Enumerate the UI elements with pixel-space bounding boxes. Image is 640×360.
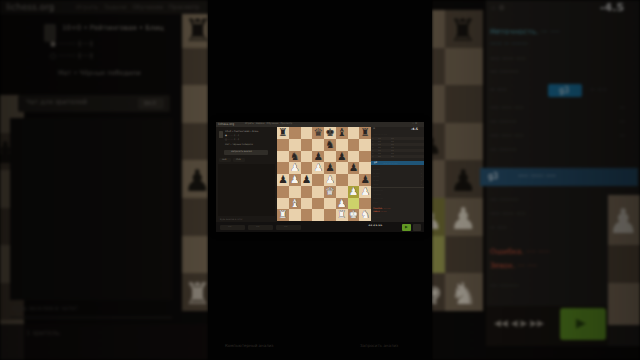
bg-player-black: ○ ········ (····) (50, 52, 93, 60)
bg-square-h5 (445, 123, 483, 161)
white-rook-a1: ♜ (277, 209, 289, 221)
variation-text: ··· ····· (373, 179, 379, 181)
request-analysis-label: Запросить анализ (231, 151, 252, 154)
square-e7[interactable]: ♞ (324, 139, 336, 151)
tab-pgn[interactable]: PGN (233, 158, 245, 162)
bg-chat-title: Чат для зрителей (26, 99, 87, 106)
bg-square-a4: ♟ (182, 160, 208, 198)
square-d8[interactable]: ♛ (312, 127, 324, 139)
eval-value: -4.5 (411, 128, 418, 132)
bg-selected-row (480, 168, 638, 186)
bg-selected-move-label: g3 (559, 86, 569, 95)
bg-square-g2 (432, 236, 445, 274)
variation-text: ··· ······ (373, 172, 380, 174)
bg-chat-toggle-label: ВКЛ (144, 100, 156, 106)
background-left-blur: ♟ ♜ ♟ ♜ lichess.org Играть Задачи Обучен… (0, 0, 208, 360)
square-c4[interactable]: ♟ (301, 174, 313, 186)
bg-square-a5 (182, 123, 208, 161)
green-button[interactable]: ▶ (402, 224, 411, 231)
square-g3[interactable]: ♟ (348, 186, 360, 198)
chat-panel[interactable] (218, 164, 275, 216)
white-rook-f1: ♜ (336, 209, 348, 221)
bg-green-button-icon: ▶ (576, 316, 586, 331)
playback-controls[interactable]: ◀◀ ◀ ▶ ▶▶ (368, 225, 382, 228)
square-e8[interactable]: ♚ (324, 127, 336, 139)
move-list[interactable]: ········································… (371, 137, 424, 159)
tab-fen[interactable]: FEN (219, 158, 231, 162)
panel-row: ··· ········ (373, 216, 381, 218)
bg-square-a2 (182, 236, 208, 274)
bg-game-meta: 10+0 • Рейтинговая • Блиц (62, 24, 164, 32)
bg-line-row: ···· ····· ···· (490, 132, 523, 140)
square-e2[interactable] (324, 198, 336, 210)
bg-square (608, 245, 640, 283)
square-h4[interactable]: ♟ (359, 174, 371, 186)
black-queen-d8: ♛ (312, 127, 324, 139)
bg-white-rook-icon: ♜ (184, 276, 208, 311)
bg-move-text: ··· ········ (490, 282, 519, 291)
bg-white-pawn-icon: ♟ (608, 201, 638, 241)
square-f4[interactable] (336, 174, 348, 186)
bg-move-text: ···· ····· ···· (490, 210, 526, 219)
bg-line-val: ·· (620, 132, 624, 140)
square-h8[interactable]: ♜ (359, 127, 371, 139)
chat-note: Будь вежлив в чате! (220, 218, 243, 220)
black-king-e8: ♚ (324, 127, 336, 139)
square-f7[interactable] (336, 139, 348, 151)
white-pawn-d5: ♟ (312, 162, 324, 174)
black-pawn-h4: ♟ (359, 174, 371, 186)
bg-black-pawn-icon: ♟ (432, 126, 443, 161)
bg-square-a6 (182, 85, 208, 123)
square-a8[interactable]: ♜ (277, 127, 289, 139)
move-cell: ···· (378, 155, 391, 158)
variation-value: ·· (421, 183, 422, 185)
square-e3[interactable]: ♛ (324, 186, 336, 198)
variation-value: ·· (421, 172, 422, 174)
variation-text: ···· ··· (373, 183, 378, 185)
square-d3[interactable] (312, 186, 324, 198)
lichess-wordmark[interactable]: lichess.org (218, 123, 234, 126)
square-b8[interactable] (289, 127, 301, 139)
white-bishop-b2: ♝ (289, 198, 301, 210)
bg-square-a8: ♜ (182, 10, 208, 48)
bg-lichess-wordmark: lichess.org (6, 2, 54, 12)
bg-line-row: ··· ········ (490, 146, 517, 154)
bg-move-text: ··· ········ (490, 196, 519, 205)
bottom-tab-1-label: ····· (228, 226, 231, 229)
bg-panel-icons: ☆ ⚙ (490, 4, 505, 12)
square-c3[interactable] (301, 186, 313, 198)
bottom-tab-2[interactable]: ····· (248, 225, 273, 231)
white-pawn-g3: ♟ (348, 186, 360, 198)
bg-annotation-teal-1: Неточность. ··· ···· (490, 28, 560, 37)
engine-line: ······· ···· ··· ····· (373, 133, 387, 135)
move-row[interactable]: ·········· (371, 155, 424, 158)
variation-value: ·· (421, 168, 422, 170)
square-b1[interactable] (289, 209, 301, 221)
bg-line-val: ·· (620, 118, 624, 126)
caption-right: Запросить анализ (360, 344, 398, 349)
square-h3[interactable]: ♟ (359, 186, 371, 198)
square-e1[interactable] (324, 209, 336, 221)
square-c2[interactable] (301, 198, 313, 210)
bg-square: ♟ (608, 195, 640, 245)
selected-move-label: g3 (374, 162, 377, 165)
black-pawn-c4: ♟ (301, 174, 313, 186)
square-b4[interactable]: ♟ (289, 174, 301, 186)
bg-player-white: ● ········ (····) (50, 40, 93, 48)
bg-selected-row-move: g3 (488, 172, 498, 181)
variation-text: ···· ···· (373, 175, 379, 177)
square-f5[interactable] (336, 162, 348, 174)
topbar-icons[interactable]: ☆ ⚙ (412, 123, 417, 126)
variation-text: ···· ····· (373, 168, 380, 170)
variation-row[interactable]: ···· ····· (371, 182, 424, 186)
square-f8[interactable]: ♝ (336, 127, 348, 139)
bg-line-val: ·· (620, 104, 624, 112)
black-pawn-g5: ♟ (348, 162, 360, 174)
white-king-g1: ♚ (348, 209, 360, 221)
variation-value: ·· (421, 179, 422, 181)
bg-eval-value: -4.5 (600, 2, 624, 15)
black-pawn-a4: ♟ (277, 174, 289, 186)
bg-annotation-teal-2: ····· ·· ······· (490, 40, 528, 49)
bg-square-g1: ♚ (432, 273, 445, 311)
bottom-tab-2-label: ····· (256, 226, 259, 229)
green-button-icon: ▶ (405, 225, 408, 229)
square-g8[interactable] (348, 127, 360, 139)
square-d1[interactable] (312, 209, 324, 221)
bg-square (608, 283, 640, 325)
square-b3[interactable] (289, 186, 301, 198)
bg-chat-note: Будь вежлив в чате! (12, 305, 77, 312)
square-c6[interactable] (301, 151, 313, 163)
square-f6[interactable]: ♟ (336, 151, 348, 163)
square-d4[interactable] (312, 174, 324, 186)
bg-white-pawn-icon: ♟ (432, 201, 443, 236)
black-knight-e7: ♞ (324, 139, 336, 151)
square-c1[interactable] (301, 209, 313, 221)
panel-row: ··· ········ (373, 193, 381, 195)
bg-black-rook-icon: ♜ (184, 12, 208, 48)
white-queen-e3: ♛ (324, 186, 336, 198)
panel-row: ···· ····· ···· (373, 189, 383, 191)
bg-chat-input (10, 317, 172, 318)
bg-move-text: ···· ····· ···· (490, 55, 526, 64)
bg-line-row: ···· ····· ···· (490, 104, 523, 112)
warning-row-2: Зевок. ··· ···· (373, 211, 387, 214)
square-g1[interactable]: ♚ (348, 209, 360, 221)
square-h7[interactable] (359, 139, 371, 151)
bg-square-h7 (445, 48, 483, 86)
black-pawn-f6: ♟ (336, 151, 348, 163)
move-cell: ···· (391, 155, 404, 158)
bg-black-rook-icon: ♜ (449, 12, 477, 48)
video-center-column: lichess.org Играть Задачи Обучение Просм… (208, 0, 432, 360)
white-pawn-h3: ♟ (359, 186, 371, 198)
square-a1[interactable]: ♜ (277, 209, 289, 221)
bg-result: Мат • Чёрные победили (58, 70, 141, 77)
bg-chat-body (10, 118, 172, 300)
bg-square-a7 (182, 48, 208, 86)
bottom-tab-1[interactable]: ····· (220, 225, 245, 231)
bg-white-king-icon: ♚ (432, 276, 443, 311)
tab-fen-label: FEN (222, 159, 226, 162)
bg-square-h3: ♟ (445, 198, 483, 236)
chess-board[interactable]: ♜♛♚♝♜♞♞♟♟♟♟♟♟♟♟♟♟♟♛♟♟♝♟♜♜♚♞ (277, 127, 371, 221)
bg-square-h2 (445, 236, 483, 274)
bg-move-text: ··· ········ (490, 68, 519, 77)
variation-value: ·· (421, 175, 422, 177)
selected-move-extra: ······· ···· ··· ····· (383, 162, 398, 164)
bg-square-g5: ♟ (432, 123, 445, 161)
bg-square-g3: ♟ (432, 198, 445, 236)
bg-square-g8 (432, 10, 445, 48)
video-frame: ♟ ♜ ♟ ♜ lichess.org Играть Задачи Обучен… (0, 0, 640, 360)
white-knight-h1: ♞ (359, 209, 371, 221)
bg-square-g7 (432, 48, 445, 86)
square-g5[interactable]: ♟ (348, 162, 360, 174)
bg-warning-1: Ошибка. ···· ····· (490, 248, 550, 257)
bg-move-text: ·· ···· (490, 224, 507, 233)
game-result: Мат • Чёрные победили (225, 144, 253, 147)
square-f3[interactable] (336, 186, 348, 198)
bg-selected-row-text: ···· ····· ···· (518, 172, 556, 181)
screenshot-bottom-bar: ····· ····· ····· ◀◀ ◀ ▶ ▶▶ ▶ (216, 222, 424, 232)
bg-warning-2: Зевок. ··· ···· (490, 262, 537, 271)
black-rook-h8: ♜ (359, 127, 371, 139)
black-bishop-f8: ♝ (336, 127, 348, 139)
bg-square-g6 (432, 85, 445, 123)
square-g4[interactable] (348, 174, 360, 186)
panel-divider (371, 187, 424, 188)
bg-square-a3 (182, 198, 208, 236)
background-right-blur: ♟ ♟ ♚ ♜ ♟ ♟ ♞ ☆ ⚙ -4.5 Неточность. ··· ·… (432, 0, 640, 360)
bottom-tab-3[interactable]: ····· (276, 225, 301, 231)
toolbar-box[interactable] (413, 224, 421, 231)
request-analysis-button[interactable]: Запросить анализ (224, 150, 268, 155)
tab-pgn-label: PGN (236, 159, 241, 162)
game-type-icon (219, 131, 223, 138)
bg-black-pawn-icon: ♟ (184, 163, 208, 198)
black-rook-a8: ♜ (277, 127, 289, 139)
square-a3[interactable] (277, 186, 289, 198)
bg-white-knight-icon: ♞ (450, 276, 477, 311)
square-a4[interactable]: ♟ (277, 174, 289, 186)
square-h6[interactable] (359, 151, 371, 163)
bg-square-h4: ♟ (445, 160, 483, 198)
square-d7[interactable] (312, 139, 324, 151)
caption-left: Компьютерный анализ (225, 344, 273, 349)
bg-black-pawn-icon: ♟ (450, 163, 477, 198)
square-d5[interactable]: ♟ (312, 162, 324, 174)
square-c7[interactable] (301, 139, 313, 151)
bg-square-h1: ♞ (445, 273, 483, 311)
white-pawn-e4: ♟ (324, 174, 336, 186)
square-a6[interactable] (277, 151, 289, 163)
analysis-panel: ≡ -4.5 ······· ···· ··· ····· ··········… (371, 127, 424, 222)
move-cell: ·· (371, 155, 378, 158)
bg-nav: Играть Задачи Обучение Просмотр (76, 4, 200, 11)
square-e4[interactable]: ♟ (324, 174, 336, 186)
bg-move-text: ·· ···· (490, 86, 507, 95)
player-black[interactable]: ○ ········ (····) (225, 139, 239, 142)
bg-toolbar-icons: ◀◀ ◀ ▶ ▶▶ (494, 318, 544, 328)
bg-square-a1: ♜ (182, 273, 208, 311)
square-h1[interactable]: ♞ (359, 209, 371, 221)
panel-row: ·· ···· (373, 201, 378, 203)
panel-row: ···· ····· ···· (373, 197, 383, 199)
bg-move-text: ·· ···· (590, 86, 607, 95)
lichess-screenshot: lichess.org Играть Задачи Обучение Просм… (216, 122, 424, 232)
bottom-tab-3-label: ····· (284, 226, 287, 229)
bg-square-g4 (432, 160, 445, 198)
square-b7[interactable] (289, 139, 301, 151)
bg-line-row: ··· ········ (490, 118, 517, 126)
variation-list[interactable]: ···· ·········· ············ ········· ·… (371, 168, 424, 186)
white-pawn-b4: ♟ (289, 174, 301, 186)
bg-green-button: ▶ (560, 308, 606, 340)
bg-spectators: 1 зритель (26, 330, 60, 337)
square-g7[interactable] (348, 139, 360, 151)
square-f1[interactable]: ♜ (336, 209, 348, 221)
bg-white-pawn-icon: ♟ (450, 201, 477, 236)
square-a7[interactable] (277, 139, 289, 151)
game-info-panel: 10+0 • Рейтинговая • Блиц ● ········ (··… (216, 127, 277, 222)
selected-move-row[interactable]: g3 ······· ···· ··· ····· (371, 161, 424, 166)
square-d2[interactable] (312, 198, 324, 210)
bg-square-h8: ♜ (445, 10, 483, 48)
panel-menu-icon[interactable]: ≡ (373, 128, 375, 131)
square-b2[interactable]: ♝ (289, 198, 301, 210)
bg-square-h6 (445, 85, 483, 123)
square-c8[interactable] (301, 127, 313, 139)
